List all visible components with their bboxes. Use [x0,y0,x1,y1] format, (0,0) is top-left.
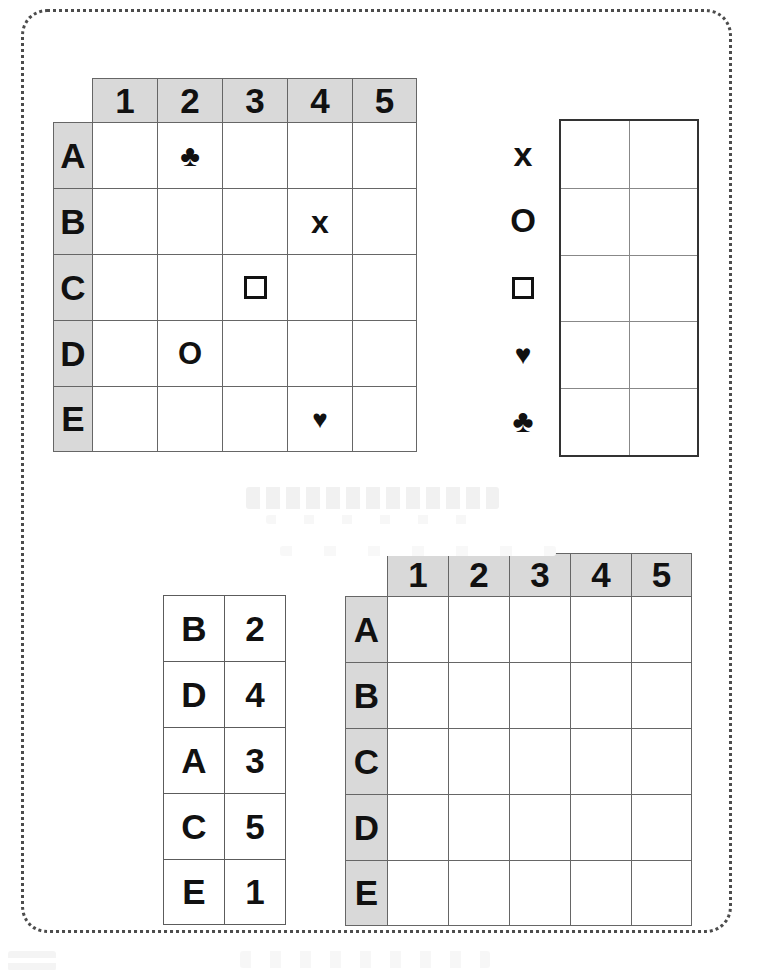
source-row-header-B: B [53,188,92,254]
legend-item-circle: O [503,188,543,255]
copy-cell-C1[interactable] [387,728,448,794]
square-icon [244,276,267,299]
copy-col-header-4: 4 [570,553,631,596]
source-cell-C3 [222,254,287,320]
source-col-header-5: 5 [352,78,417,122]
source-cell-E1 [92,386,157,452]
faded-bleedthrough-text [280,546,556,556]
copy-cell-B2[interactable] [448,662,509,728]
copy-grid: 1 2 3 4 5 A B C D E [345,553,692,926]
answer-letter-3: A [163,727,224,793]
blank-cell-heart-1[interactable] [561,321,629,388]
source-cell-D4 [287,320,352,386]
copy-cell-D2[interactable] [448,794,509,860]
copy-col-header-5: 5 [631,553,692,596]
copy-cell-E3[interactable] [509,860,570,926]
copy-cell-E2[interactable] [448,860,509,926]
copy-cell-D4[interactable] [570,794,631,860]
answer-number-4: 5 [224,793,286,859]
blank-cell-heart-2[interactable] [629,321,697,388]
blank-cell-cross-2[interactable] [629,121,697,188]
cross-icon: x [514,135,533,174]
answer-letter-4: C [163,793,224,859]
source-col-header-1: 1 [92,78,157,122]
faded-bleedthrough-text [8,951,56,971]
copy-cell-D5[interactable] [631,794,692,860]
heart-icon: ♥ [515,339,532,371]
source-cell-A3 [222,122,287,188]
source-cell-C1 [92,254,157,320]
answer-number-2: 4 [224,661,286,727]
source-cell-A4 [287,122,352,188]
source-cell-A1 [92,122,157,188]
source-cell-E4: ♥ [287,386,352,452]
copy-cell-C3[interactable] [509,728,570,794]
blank-cell-square-2[interactable] [629,255,697,322]
copy-cell-E5[interactable] [631,860,692,926]
copy-cell-B1[interactable] [387,662,448,728]
copy-cell-B5[interactable] [631,662,692,728]
copy-cell-A5[interactable] [631,596,692,662]
legend-item-club: ♣ [503,388,543,455]
source-cell-B2 [157,188,222,254]
answer-number-3: 3 [224,727,286,793]
source-cell-B4: x [287,188,352,254]
copy-cell-A4[interactable] [570,596,631,662]
source-cell-E5 [352,386,417,452]
legend-symbol-column: x O ♥ ♣ [503,121,543,455]
source-col-header-3: 3 [222,78,287,122]
worksheet-page: 1 2 3 4 5 A ♣ B x C D O E ♥ [0,0,760,973]
copy-row-header-C: C [345,728,387,794]
legend-item-cross: x [503,121,543,188]
copy-cell-C5[interactable] [631,728,692,794]
blank-cell-cross-1[interactable] [561,121,629,188]
answer-letter-1: B [163,595,224,661]
copy-row-header-B: B [345,662,387,728]
copy-cell-A2[interactable] [448,596,509,662]
copy-cell-B3[interactable] [509,662,570,728]
blank-cell-circle-2[interactable] [629,188,697,255]
legend-item-heart: ♥ [503,321,543,388]
source-cell-D3 [222,320,287,386]
faded-bleedthrough-text [240,951,490,968]
copy-col-header-1: 1 [387,553,448,596]
source-cell-E2 [157,386,222,452]
circle-icon: O [178,338,202,369]
source-cell-D2: O [157,320,222,386]
copy-row-header-E: E [345,860,387,926]
club-icon: ♣ [180,141,200,171]
answer-letter-5: E [163,859,224,925]
answer-letter-2: D [163,661,224,727]
heart-icon: ♥ [312,406,327,432]
source-col-header-2: 2 [157,78,222,122]
copy-cell-D1[interactable] [387,794,448,860]
source-row-header-E: E [53,386,92,452]
cross-icon: x [311,206,329,238]
copy-col-header-3: 3 [509,553,570,596]
copy-col-header-2: 2 [448,553,509,596]
source-row-header-D: D [53,320,92,386]
copy-cell-A1[interactable] [387,596,448,662]
source-col-header-4: 4 [287,78,352,122]
copy-row-header-A: A [345,596,387,662]
faded-bleedthrough-text [246,487,499,509]
source-row-header-C: C [53,254,92,320]
source-cell-D5 [352,320,417,386]
source-grid-corner [53,78,92,122]
square-icon [512,277,534,299]
answer-number-1: 2 [224,595,286,661]
copy-cell-C2[interactable] [448,728,509,794]
source-cell-B1 [92,188,157,254]
copy-cell-E4[interactable] [570,860,631,926]
source-grid: 1 2 3 4 5 A ♣ B x C D O E ♥ [53,78,417,452]
copy-row-header-D: D [345,794,387,860]
source-row-header-A: A [53,122,92,188]
legend-item-square [503,255,543,322]
club-icon: ♣ [513,403,534,440]
copy-cell-D3[interactable] [509,794,570,860]
circle-icon: O [510,202,536,240]
source-cell-C2 [157,254,222,320]
source-cell-B3 [222,188,287,254]
answer-number-5: 1 [224,859,286,925]
source-cell-A2: ♣ [157,122,222,188]
source-cell-E3 [222,386,287,452]
source-cell-D1 [92,320,157,386]
copy-grid-corner [345,553,387,596]
copy-cell-C4[interactable] [570,728,631,794]
copy-cell-B4[interactable] [570,662,631,728]
blank-symbol-table [559,119,699,457]
blank-cell-club-1[interactable] [561,388,629,455]
source-cell-A5 [352,122,417,188]
source-cell-B5 [352,188,417,254]
faded-bleedthrough-text [266,515,478,524]
copy-cell-E1[interactable] [387,860,448,926]
blank-cell-club-2[interactable] [629,388,697,455]
source-cell-C4 [287,254,352,320]
source-cell-C5 [352,254,417,320]
blank-cell-circle-1[interactable] [561,188,629,255]
blank-cell-square-1[interactable] [561,255,629,322]
copy-cell-A3[interactable] [509,596,570,662]
answer-key-table: B 2 D 4 A 3 C 5 E 1 [163,595,286,925]
